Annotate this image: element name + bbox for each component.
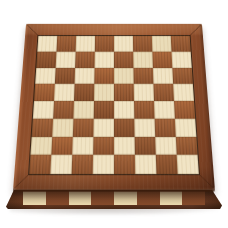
square-d3	[93, 118, 114, 136]
square-b2	[51, 136, 73, 155]
flat-square-3	[69, 191, 92, 205]
square-d7	[95, 51, 114, 67]
square-e8	[114, 36, 133, 52]
square-f4	[134, 101, 155, 118]
upright-chessboard	[13, 24, 215, 190]
square-d2	[93, 136, 114, 155]
square-g3	[155, 118, 176, 136]
square-g5	[153, 84, 174, 101]
square-d5	[94, 84, 114, 101]
square-c4	[73, 101, 94, 118]
flat-square-4	[91, 191, 114, 205]
square-e3	[114, 118, 135, 136]
playing-area	[28, 35, 200, 175]
square-a4	[33, 101, 54, 118]
square-f2	[135, 136, 156, 155]
square-b3	[52, 118, 73, 136]
chessboard-product-photo	[0, 0, 228, 228]
square-f1	[135, 155, 157, 174]
square-a3	[32, 118, 53, 136]
square-f8	[133, 36, 152, 52]
square-h3	[175, 118, 196, 136]
square-g2	[155, 136, 177, 155]
square-b8	[56, 36, 76, 52]
square-d8	[95, 36, 114, 52]
square-d1	[93, 155, 114, 174]
flat-square-8	[182, 191, 205, 205]
flat-square-1	[23, 191, 46, 205]
square-h6	[172, 68, 193, 85]
square-h1	[177, 155, 199, 174]
square-b5	[54, 84, 75, 101]
square-a5	[34, 84, 55, 101]
square-b6	[55, 68, 75, 85]
square-a1	[29, 155, 51, 174]
square-g4	[154, 101, 175, 118]
square-f5	[134, 84, 154, 101]
square-a2	[30, 136, 52, 155]
square-c5	[74, 84, 94, 101]
square-c1	[72, 155, 94, 174]
square-h4	[174, 101, 195, 118]
square-d6	[94, 68, 114, 85]
square-d4	[94, 101, 114, 118]
square-c2	[72, 136, 93, 155]
square-e6	[114, 68, 134, 85]
square-h7	[172, 51, 192, 67]
square-h5	[173, 84, 194, 101]
square-e4	[114, 101, 134, 118]
square-g8	[152, 36, 172, 52]
square-f3	[134, 118, 155, 136]
square-e5	[114, 84, 134, 101]
flat-square-6	[137, 191, 160, 205]
square-c3	[73, 118, 94, 136]
flat-square-2	[46, 191, 69, 205]
flat-chessboard	[6, 190, 222, 209]
square-e1	[114, 155, 135, 174]
square-a6	[35, 68, 56, 85]
square-h8	[171, 36, 191, 52]
square-f6	[133, 68, 153, 85]
square-b4	[53, 101, 74, 118]
square-e2	[114, 136, 135, 155]
square-a8	[37, 36, 57, 52]
flat-square-5	[114, 191, 137, 205]
square-c8	[76, 36, 95, 52]
square-g7	[152, 51, 172, 67]
flat-square-7	[160, 191, 183, 205]
square-a7	[36, 51, 56, 67]
square-f7	[133, 51, 153, 67]
square-c6	[75, 68, 95, 85]
square-e7	[114, 51, 133, 67]
square-g1	[156, 155, 178, 174]
square-h2	[176, 136, 198, 155]
square-g6	[153, 68, 173, 85]
square-b1	[50, 155, 72, 174]
flat-board-front-row	[23, 191, 205, 205]
square-b7	[56, 51, 76, 67]
square-c7	[75, 51, 95, 67]
